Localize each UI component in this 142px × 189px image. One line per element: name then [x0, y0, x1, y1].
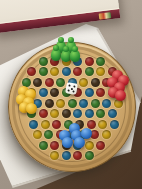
hole-6-0-blue[interactable]: [29, 120, 38, 129]
peg-yellow-6[interactable]: [26, 103, 37, 114]
hole-1-3-blue[interactable]: [62, 67, 71, 76]
pieces-layer: [0, 0, 142, 189]
hole-7-6-yellow[interactable]: [102, 130, 111, 139]
hole-0-0-green[interactable]: [39, 57, 48, 66]
hole-3-5-blue[interactable]: [85, 88, 94, 97]
hole-1-0-red[interactable]: [27, 67, 36, 76]
hole-3-6-red[interactable]: [96, 88, 105, 97]
hole-9-2-red[interactable]: [73, 151, 82, 160]
hole-5-7-blue[interactable]: [108, 109, 117, 118]
die-showing-5[interactable]: [65, 82, 78, 95]
hole-9-0-yellow[interactable]: [50, 151, 59, 160]
peg-head: [53, 45, 59, 51]
hole-0-5-green[interactable]: [96, 57, 105, 66]
hole-8-0-green[interactable]: [39, 141, 48, 150]
hole-4-3-yellow[interactable]: [56, 99, 65, 108]
hole-6-7-blue[interactable]: [110, 120, 119, 129]
hole-2-6-dark[interactable]: [91, 78, 100, 87]
peg-red-6[interactable]: [115, 90, 126, 101]
hole-5-5-blue[interactable]: [85, 109, 94, 118]
die-pip: [73, 85, 75, 87]
peg-green-3[interactable]: [51, 45, 61, 61]
hole-1-5-green[interactable]: [85, 67, 94, 76]
hole-6-5-red[interactable]: [87, 120, 96, 129]
peg-blue-5[interactable]: [62, 137, 73, 148]
hole-4-4-green[interactable]: [68, 99, 77, 108]
hole-1-4-red[interactable]: [73, 67, 82, 76]
peg-head: [58, 37, 64, 43]
hole-8-4-yellow[interactable]: [85, 141, 94, 150]
hole-4-6-green[interactable]: [91, 99, 100, 108]
hole-9-1-blue[interactable]: [62, 151, 71, 160]
hole-7-0-yellow[interactable]: [33, 130, 42, 139]
hole-5-4-blue[interactable]: [73, 109, 82, 118]
hole-5-3-dark[interactable]: [62, 109, 71, 118]
hole-8-1-red[interactable]: [50, 141, 59, 150]
hole-4-5-blue[interactable]: [79, 99, 88, 108]
hole-8-5-red[interactable]: [96, 141, 105, 150]
hole-2-5-yellow[interactable]: [79, 78, 88, 87]
hole-7-1-green[interactable]: [44, 130, 53, 139]
hole-5-1-red[interactable]: [39, 109, 48, 118]
peg-blue-6[interactable]: [74, 137, 85, 148]
peg-head: [63, 46, 69, 52]
hole-2-1-dark[interactable]: [33, 78, 42, 87]
hole-1-2-yellow[interactable]: [50, 67, 59, 76]
hole-9-3-green[interactable]: [85, 151, 94, 160]
hole-2-2-red[interactable]: [45, 78, 54, 87]
die-pip: [68, 84, 70, 86]
photo-of-board-game-in-box: [0, 0, 142, 189]
hole-4-2-dark[interactable]: [45, 99, 54, 108]
hole-1-1-green[interactable]: [39, 67, 48, 76]
peg-head: [68, 37, 74, 43]
hole-3-2-dark[interactable]: [50, 88, 59, 97]
hole-6-6-yellow[interactable]: [98, 120, 107, 129]
hole-5-2-yellow[interactable]: [50, 109, 59, 118]
hole-6-2-red[interactable]: [52, 120, 61, 129]
hole-2-3-green[interactable]: [56, 78, 65, 87]
hole-3-1-blue[interactable]: [39, 88, 48, 97]
hole-4-7-blue[interactable]: [102, 99, 111, 108]
hole-0-4-red[interactable]: [85, 57, 94, 66]
peg-head: [72, 46, 78, 52]
die-pip: [72, 90, 74, 92]
peg-green-5[interactable]: [70, 46, 80, 62]
hole-1-6-yellow[interactable]: [96, 67, 105, 76]
hole-5-6-green[interactable]: [96, 109, 105, 118]
die-pip: [67, 89, 69, 91]
hole-6-1-yellow[interactable]: [41, 120, 50, 129]
